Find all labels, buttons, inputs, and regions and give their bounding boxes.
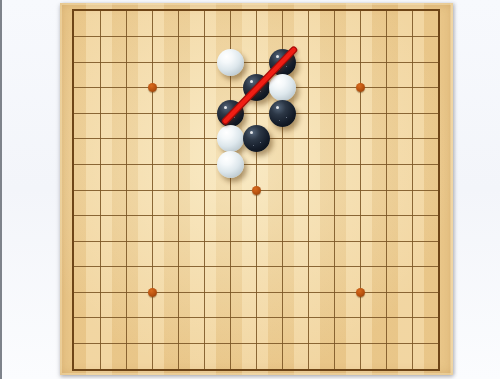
stone-black [269,49,296,76]
stone-white [217,125,244,152]
screen-left-edge [0,0,2,379]
grid-line-horizontal [74,343,438,344]
grid-line-vertical [334,11,335,369]
stone-black [217,100,244,127]
page-background [0,0,500,379]
star-point [356,83,365,92]
star-point [148,288,157,297]
grid-line-horizontal [74,241,438,242]
grid-line-vertical [412,11,413,369]
star-point [148,83,157,92]
grid-line-vertical [386,11,387,369]
grid-line-vertical [308,11,309,369]
stone-white [269,74,296,101]
board-grid[interactable] [72,9,440,371]
stone-white [217,151,244,178]
grid-line-horizontal [74,266,438,267]
go-board [60,3,453,375]
grid-line-horizontal [74,215,438,216]
grid-line-horizontal [74,292,438,293]
stone-black [269,100,296,127]
star-point [252,186,261,195]
stone-black [243,74,270,101]
stone-white [217,49,244,76]
grid-line-horizontal [74,317,438,318]
star-point [356,288,365,297]
stone-black [243,125,270,152]
grid-line-vertical [360,11,361,369]
